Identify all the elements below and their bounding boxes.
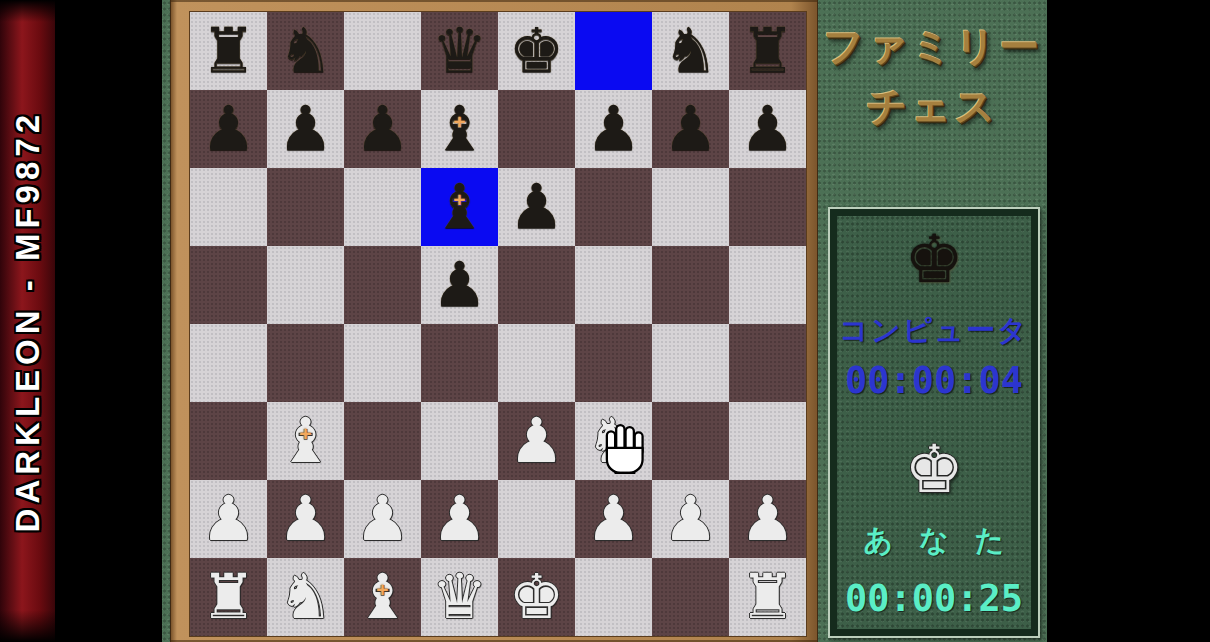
square-h8[interactable]: ♜	[729, 12, 806, 90]
square-h2[interactable]: ♟	[729, 480, 806, 558]
square-h1[interactable]: ♜	[729, 558, 806, 636]
hand-cursor-icon	[602, 422, 652, 476]
white-rook-a1: ♜	[201, 566, 257, 628]
square-h4[interactable]	[729, 324, 806, 402]
square-c6[interactable]	[344, 168, 421, 246]
black-pawn-g7: ♟	[663, 98, 719, 160]
square-a4[interactable]	[190, 324, 267, 402]
square-d7[interactable]: ♝+	[421, 90, 498, 168]
black-pawn-a7: ♟	[201, 98, 257, 160]
square-b5[interactable]	[267, 246, 344, 324]
square-g3[interactable]	[652, 402, 729, 480]
square-h3[interactable]	[729, 402, 806, 480]
square-e1[interactable]: ♚	[498, 558, 575, 636]
black-pawn-e6: ♟	[509, 176, 565, 238]
black-knight-b8: ♞	[278, 20, 334, 82]
white-pawn-b2: ♟	[278, 488, 334, 550]
black-knight-g8: ♞	[663, 20, 719, 82]
computer-player-icon: ♚	[830, 227, 1038, 293]
square-g8[interactable]: ♞	[652, 12, 729, 90]
square-a3[interactable]	[190, 402, 267, 480]
white-rook-h1: ♜	[740, 566, 796, 628]
square-c5[interactable]	[344, 246, 421, 324]
square-d5[interactable]: ♟	[421, 246, 498, 324]
black-bishop-d7: ♝	[432, 98, 488, 160]
square-c1[interactable]: ♝+	[344, 558, 421, 636]
chess-board: ♜♞♛♚♞♜♟♟♟♝+♟♟♟♝+♟♟♝+♟♞ ♟♟♟♟♟♟♟♜♞♝+♛♚♜	[190, 12, 806, 636]
black-queen-d8: ♛	[432, 20, 488, 82]
game-title-line2: チェス	[818, 76, 1047, 136]
square-g2[interactable]: ♟	[652, 480, 729, 558]
black-pawn-f7: ♟	[586, 98, 642, 160]
square-b4[interactable]	[267, 324, 344, 402]
watermark-strip: DARKLEON - MF9872	[0, 0, 55, 642]
you-player-clock: 00:00:25	[830, 577, 1038, 620]
square-e6[interactable]: ♟	[498, 168, 575, 246]
square-e7[interactable]	[498, 90, 575, 168]
square-c4[interactable]	[344, 324, 421, 402]
square-d4[interactable]	[421, 324, 498, 402]
white-king-icon: ♚	[904, 431, 963, 508]
square-f7[interactable]: ♟	[575, 90, 652, 168]
computer-player-clock: 00:00:04	[830, 359, 1038, 402]
white-queen-d1: ♛	[432, 566, 488, 628]
you-player-icon: ♚	[830, 437, 1038, 503]
square-e2[interactable]	[498, 480, 575, 558]
black-pawn-c7: ♟	[355, 98, 411, 160]
sidebar: ファミリー チェス ♚ コンピュータ 00:00:04 ♚ あなた 00:00:…	[818, 0, 1047, 642]
square-a5[interactable]	[190, 246, 267, 324]
square-h7[interactable]: ♟	[729, 90, 806, 168]
square-d2[interactable]: ♟	[421, 480, 498, 558]
white-pawn-f2: ♟	[586, 488, 642, 550]
white-pawn-d2: ♟	[432, 488, 488, 550]
square-g5[interactable]	[652, 246, 729, 324]
square-b2[interactable]: ♟	[267, 480, 344, 558]
square-a1[interactable]: ♜	[190, 558, 267, 636]
black-king-e8: ♚	[509, 20, 565, 82]
square-e5[interactable]	[498, 246, 575, 324]
game-title: ファミリー チェス	[818, 16, 1047, 136]
black-rook-h8: ♜	[740, 20, 796, 82]
white-pawn-g2: ♟	[663, 488, 719, 550]
white-pawn-h2: ♟	[740, 488, 796, 550]
square-e8[interactable]: ♚	[498, 12, 575, 90]
square-c3[interactable]	[344, 402, 421, 480]
square-b7[interactable]: ♟	[267, 90, 344, 168]
square-a7[interactable]: ♟	[190, 90, 267, 168]
square-e4[interactable]	[498, 324, 575, 402]
square-a2[interactable]: ♟	[190, 480, 267, 558]
game-title-line1: ファミリー	[818, 16, 1047, 76]
square-c8[interactable]	[344, 12, 421, 90]
white-king-e1: ♚	[509, 566, 565, 628]
square-g7[interactable]: ♟	[652, 90, 729, 168]
game-area: ♜♞♛♚♞♜♟♟♟♝+♟♟♟♝+♟♟♝+♟♞ ♟♟♟♟♟♟♟♜♞♝+♛♚♜ ファ…	[162, 0, 1047, 642]
board-frame: ♜♞♛♚♞♜♟♟♟♝+♟♟♟♝+♟♟♝+♟♞ ♟♟♟♟♟♟♟♜♞♝+♛♚♜	[170, 0, 818, 642]
square-b1[interactable]: ♞	[267, 558, 344, 636]
square-f2[interactable]: ♟	[575, 480, 652, 558]
square-g6[interactable]	[652, 168, 729, 246]
black-rook-a8: ♜	[201, 20, 257, 82]
white-pawn-c2: ♟	[355, 488, 411, 550]
white-knight-b1: ♞	[278, 566, 334, 628]
black-bishop-d6: ♝	[432, 176, 488, 238]
black-king-icon: ♚	[904, 221, 963, 298]
square-e3[interactable]: ♟	[498, 402, 575, 480]
app-screen: DARKLEON - MF9872 ♜♞♛♚♞♜♟♟♟♝+♟♟♟♝+♟♟♝+♟♞…	[0, 0, 1210, 642]
square-b3[interactable]: ♝+	[267, 402, 344, 480]
white-bishop-b3: ♝	[278, 410, 334, 472]
square-f6[interactable]	[575, 168, 652, 246]
black-pawn-d5: ♟	[432, 254, 488, 316]
square-h6[interactable]	[729, 168, 806, 246]
white-pawn-e3: ♟	[509, 410, 565, 472]
square-f5[interactable]	[575, 246, 652, 324]
square-c2[interactable]: ♟	[344, 480, 421, 558]
white-pawn-a2: ♟	[201, 488, 257, 550]
square-h5[interactable]	[729, 246, 806, 324]
square-b8[interactable]: ♞	[267, 12, 344, 90]
square-f4[interactable]	[575, 324, 652, 402]
watermark-text: DARKLEON - MF9872	[9, 110, 47, 532]
square-d6[interactable]: ♝+	[421, 168, 498, 246]
square-f1[interactable]	[575, 558, 652, 636]
square-a8[interactable]: ♜	[190, 12, 267, 90]
square-a6[interactable]	[190, 168, 267, 246]
square-d3[interactable]	[421, 402, 498, 480]
black-pawn-b7: ♟	[278, 98, 334, 160]
you-player-name: あなた	[830, 521, 1038, 561]
clock-panel: ♚ コンピュータ 00:00:04 ♚ あなた 00:00:25	[828, 207, 1040, 638]
square-f3[interactable]: ♞	[575, 402, 652, 480]
black-pawn-h7: ♟	[740, 98, 796, 160]
square-c7[interactable]: ♟	[344, 90, 421, 168]
computer-player-name: コンピュータ	[830, 311, 1038, 351]
square-d1[interactable]: ♛	[421, 558, 498, 636]
square-b6[interactable]	[267, 168, 344, 246]
square-g1[interactable]	[652, 558, 729, 636]
white-bishop-c1: ♝	[355, 566, 411, 628]
square-d8[interactable]: ♛	[421, 12, 498, 90]
square-g4[interactable]	[652, 324, 729, 402]
square-f8[interactable]	[575, 12, 652, 90]
